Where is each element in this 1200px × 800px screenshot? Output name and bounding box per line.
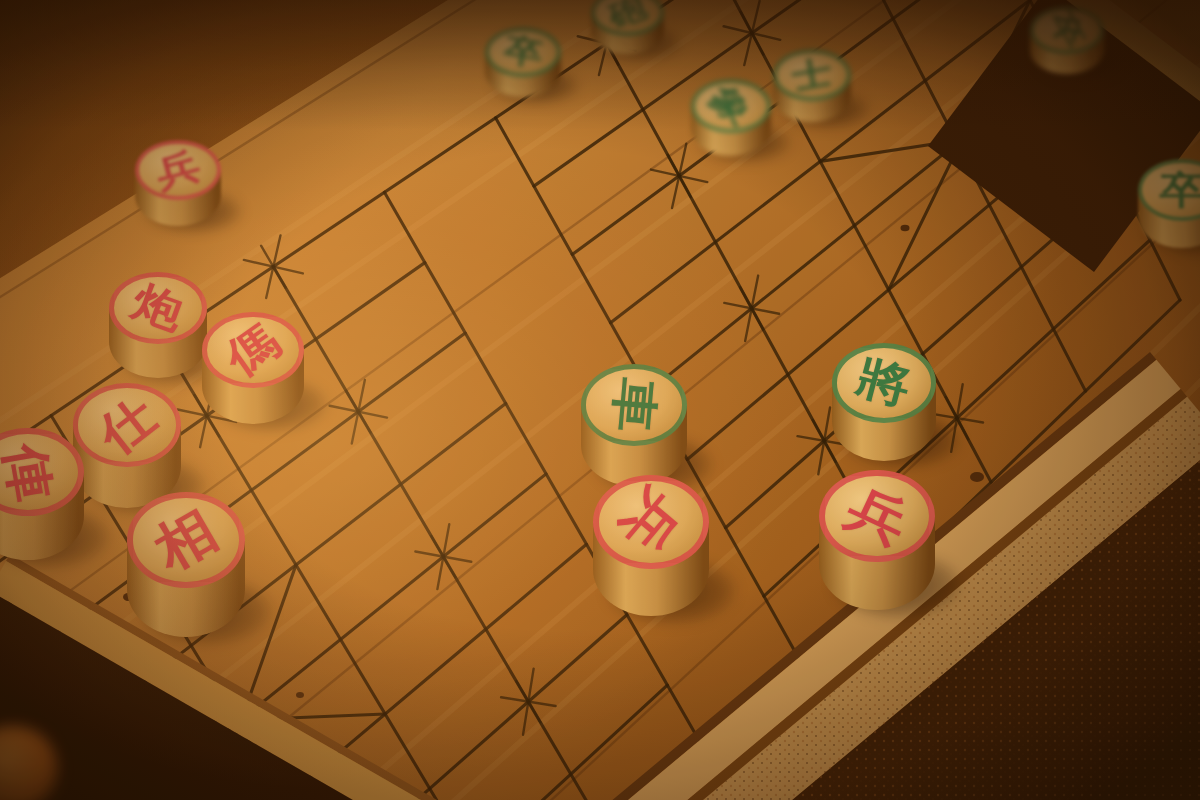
piece-green-general-1: 將: [832, 343, 936, 461]
piece-red-cannon-1: 炮: [109, 272, 207, 378]
piece-green-soldier-1: 卒: [485, 27, 561, 97]
piece-top-face: 士: [773, 49, 851, 101]
piece-top-face: 傌: [202, 312, 303, 388]
piece-green-cannon-1: 砲: [591, 0, 664, 54]
piece-top-face: 仕: [73, 383, 181, 467]
wood-knot: [901, 225, 910, 231]
piece-green-soldier-2: 卒: [1030, 6, 1105, 74]
piece-character: 炮: [127, 279, 189, 336]
piece-red-horse-1: 傌: [202, 312, 303, 425]
piece-character: 卒: [501, 33, 545, 71]
rail-knot: [970, 472, 984, 482]
piece-green-advisor-1: 士: [773, 49, 851, 122]
piece-character: 象: [704, 80, 757, 132]
rail-nail-hole: [296, 692, 304, 698]
piece-character: 俥: [0, 440, 58, 505]
piece-red-soldier-1: 兵: [135, 140, 221, 226]
piece-top-face: 相: [127, 492, 244, 587]
piece-character: 卒: [1044, 6, 1090, 54]
piece-character: 砲: [605, 0, 650, 32]
piece-top-face: 兵: [135, 140, 221, 200]
piece-green-chariot-1: 車: [581, 364, 687, 485]
piece-top-face: 車: [581, 364, 687, 446]
piece-character: 相: [146, 501, 225, 578]
piece-character: 將: [852, 354, 915, 413]
piece-top-face: 象: [691, 79, 772, 134]
piece-red-soldier-3: 兵: [819, 470, 934, 610]
piece-red-chariot-1: 俥: [0, 428, 84, 561]
xiangqi-photo-scene: 兵炮傌仕俥相兵兵卒砲象士卒卒車將: [0, 0, 1200, 800]
piece-character: 兵: [839, 479, 915, 552]
piece-green-soldier-3: 卒: [1138, 159, 1200, 248]
piece-character: 士: [790, 55, 835, 94]
piece-top-face: 兵: [593, 475, 709, 568]
piece-top-face: 卒: [485, 27, 561, 77]
piece-character: 兵: [152, 147, 204, 194]
piece-red-elephant-1: 相: [127, 492, 244, 636]
piece-character: 仕: [90, 389, 163, 461]
piece-top-face: 炮: [109, 272, 207, 344]
piece-red-soldier-2: 兵: [593, 475, 709, 616]
piece-character: 車: [608, 376, 660, 434]
piece-top-face: 兵: [819, 470, 934, 563]
piece-character: 傌: [219, 317, 287, 384]
piece-top-face: 卒: [1030, 6, 1105, 54]
piece-green-elephant-1: 象: [691, 79, 772, 156]
piece-character: 兵: [612, 482, 691, 562]
piece-character: 卒: [1160, 171, 1200, 209]
piece-top-face: 將: [832, 343, 936, 422]
piece-red-advisor-1: 仕: [73, 383, 181, 508]
